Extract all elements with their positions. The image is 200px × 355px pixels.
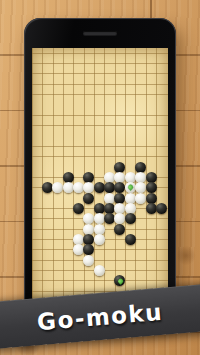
black-stone [114,275,125,286]
black-stone [104,203,115,214]
phone-frame [24,18,176,322]
black-stone [146,182,157,193]
white-stone [114,203,125,214]
white-stone [94,234,105,245]
black-stone [146,172,157,183]
game-screen [32,48,168,302]
black-stone [125,213,136,224]
white-stone [83,224,94,235]
white-stone [83,255,94,266]
black-stone [114,224,125,235]
black-stone [156,203,167,214]
banner-title: Go-moku [36,299,164,335]
black-stone [114,162,125,173]
black-stone [114,182,125,193]
white-stone [94,213,105,224]
black-stone [83,234,94,245]
white-stone [73,234,84,245]
white-stone [125,172,136,183]
white-stone [135,193,146,204]
white-stone [104,172,115,183]
white-stone [135,182,146,193]
black-stone [83,244,94,255]
black-stone [63,172,74,183]
white-stone [83,182,94,193]
white-stone [63,182,74,193]
white-stone [114,213,125,224]
black-stone [114,193,125,204]
white-stone [94,224,105,235]
white-stone [73,244,84,255]
black-stone [135,162,146,173]
white-stone [83,213,94,224]
black-stone [83,172,94,183]
black-stone [146,203,157,214]
black-stone [73,203,84,214]
last-move-marker-icon [117,278,123,284]
black-stone [83,193,94,204]
white-stone [114,172,125,183]
black-stone [104,182,115,193]
white-stone [52,182,63,193]
last-move-marker-icon [127,185,133,191]
black-stone [94,182,105,193]
white-stone [104,193,115,204]
black-stone [104,213,115,224]
white-stone [125,203,136,214]
white-stone [125,182,136,193]
game-board[interactable] [32,48,168,302]
black-stone [42,182,53,193]
white-stone [125,193,136,204]
speaker-grill-icon [83,31,117,35]
white-stone [94,265,105,276]
black-stone [94,203,105,214]
black-stone [146,193,157,204]
white-stone [73,182,84,193]
black-stone [125,234,136,245]
white-stone [135,172,146,183]
